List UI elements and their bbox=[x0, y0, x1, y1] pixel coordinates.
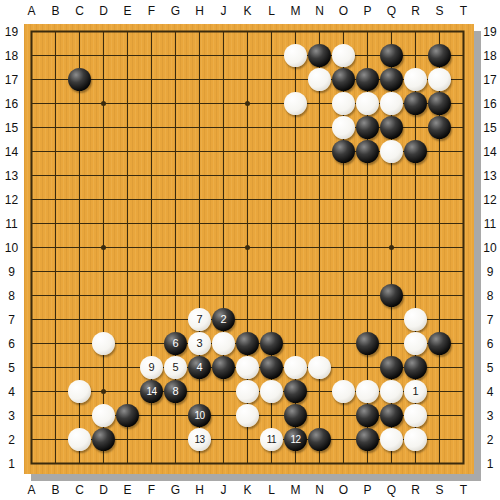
row-label-right-7: 7 bbox=[480, 312, 500, 328]
black-stone-M4[interactable] bbox=[284, 380, 307, 403]
col-label-top-T: T bbox=[454, 3, 474, 19]
white-stone-C2[interactable] bbox=[68, 428, 91, 451]
white-stone-N5[interactable] bbox=[308, 356, 331, 379]
white-stone-H2[interactable]: 13 bbox=[188, 428, 211, 451]
white-stone-D3[interactable] bbox=[92, 404, 115, 427]
row-label-right-6: 6 bbox=[480, 336, 500, 352]
white-stone-H7[interactable]: 7 bbox=[188, 308, 211, 331]
white-stone-N17[interactable] bbox=[308, 68, 331, 91]
col-label-bottom-D: D bbox=[94, 482, 114, 498]
row-label-right-12: 12 bbox=[480, 192, 500, 208]
col-label-bottom-O: O bbox=[334, 482, 354, 498]
white-stone-R4[interactable]: 1 bbox=[404, 380, 427, 403]
white-stone-O15[interactable] bbox=[332, 116, 355, 139]
white-stone-R3[interactable] bbox=[404, 404, 427, 427]
move-number-7: 7 bbox=[196, 314, 202, 325]
col-label-bottom-G: G bbox=[166, 482, 186, 498]
move-number-3: 3 bbox=[196, 338, 202, 349]
black-stone-Q5[interactable] bbox=[380, 356, 403, 379]
col-label-bottom-N: N bbox=[310, 482, 330, 498]
black-stone-L6[interactable] bbox=[260, 332, 283, 355]
row-label-right-11: 11 bbox=[480, 216, 500, 232]
black-stone-F4[interactable]: 14 bbox=[140, 380, 163, 403]
black-stone-Q17[interactable] bbox=[380, 68, 403, 91]
black-stone-P2[interactable] bbox=[356, 428, 379, 451]
black-stone-S15[interactable] bbox=[428, 116, 451, 139]
black-stone-H3[interactable]: 10 bbox=[188, 404, 211, 427]
white-stone-F5[interactable]: 9 bbox=[140, 356, 163, 379]
row-label-right-5: 5 bbox=[480, 360, 500, 376]
move-number-14: 14 bbox=[146, 387, 156, 397]
black-stone-E3[interactable] bbox=[116, 404, 139, 427]
white-stone-O4[interactable] bbox=[332, 380, 355, 403]
white-stone-O16[interactable] bbox=[332, 92, 355, 115]
white-stone-K4[interactable] bbox=[236, 380, 259, 403]
col-label-top-D: D bbox=[94, 3, 114, 19]
row-label-right-3: 3 bbox=[480, 408, 500, 424]
col-label-top-K: K bbox=[238, 3, 258, 19]
black-stone-M2[interactable]: 12 bbox=[284, 428, 307, 451]
row-label-right-19: 19 bbox=[480, 24, 500, 40]
col-label-bottom-M: M bbox=[286, 482, 306, 498]
row-label-right-18: 18 bbox=[480, 48, 500, 64]
white-stone-Q4[interactable] bbox=[380, 380, 403, 403]
stones-layer: 7263954148110131112 bbox=[20, 20, 476, 476]
col-label-bottom-K: K bbox=[238, 482, 258, 498]
row-label-right-2: 2 bbox=[480, 432, 500, 448]
col-label-top-J: J bbox=[214, 3, 234, 19]
white-stone-P4[interactable] bbox=[356, 380, 379, 403]
col-label-bottom-J: J bbox=[214, 482, 234, 498]
white-stone-L4[interactable] bbox=[260, 380, 283, 403]
col-label-top-H: H bbox=[190, 3, 210, 19]
black-stone-O17[interactable] bbox=[332, 68, 355, 91]
white-stone-K3[interactable] bbox=[236, 404, 259, 427]
black-stone-N2[interactable] bbox=[308, 428, 331, 451]
white-stone-K5[interactable] bbox=[236, 356, 259, 379]
white-stone-G5[interactable]: 5 bbox=[164, 356, 187, 379]
row-label-right-14: 14 bbox=[480, 144, 500, 160]
col-label-top-E: E bbox=[118, 3, 138, 19]
white-stone-D6[interactable] bbox=[92, 332, 115, 355]
col-label-bottom-P: P bbox=[358, 482, 378, 498]
white-stone-L2[interactable]: 11 bbox=[260, 428, 283, 451]
row-label-right-13: 13 bbox=[480, 168, 500, 184]
col-label-top-B: B bbox=[46, 3, 66, 19]
col-label-top-P: P bbox=[358, 3, 378, 19]
black-stone-J5[interactable] bbox=[212, 356, 235, 379]
white-stone-Q2[interactable] bbox=[380, 428, 403, 451]
white-stone-R17[interactable] bbox=[404, 68, 427, 91]
col-label-bottom-F: F bbox=[142, 482, 162, 498]
black-stone-K6[interactable] bbox=[236, 332, 259, 355]
col-label-bottom-S: S bbox=[430, 482, 450, 498]
black-stone-C17[interactable] bbox=[68, 68, 91, 91]
col-label-top-S: S bbox=[430, 3, 450, 19]
white-stone-M18[interactable] bbox=[284, 44, 307, 67]
black-stone-R16[interactable] bbox=[404, 92, 427, 115]
black-stone-R14[interactable] bbox=[404, 140, 427, 163]
black-stone-D2[interactable] bbox=[92, 428, 115, 451]
move-number-10: 10 bbox=[194, 411, 204, 421]
black-stone-Q8[interactable] bbox=[380, 284, 403, 307]
col-label-bottom-R: R bbox=[406, 482, 426, 498]
black-stone-G4[interactable]: 8 bbox=[164, 380, 187, 403]
black-stone-S16[interactable] bbox=[428, 92, 451, 115]
black-stone-M3[interactable] bbox=[284, 404, 307, 427]
black-stone-P17[interactable] bbox=[356, 68, 379, 91]
col-label-top-O: O bbox=[334, 3, 354, 19]
move-number-5: 5 bbox=[172, 362, 178, 373]
col-label-top-N: N bbox=[310, 3, 330, 19]
row-label-right-1: 1 bbox=[480, 456, 500, 472]
black-stone-G6[interactable]: 6 bbox=[164, 332, 187, 355]
col-label-bottom-B: B bbox=[46, 482, 66, 498]
white-stone-R6[interactable] bbox=[404, 332, 427, 355]
row-label-right-16: 16 bbox=[480, 96, 500, 112]
move-number-13: 13 bbox=[194, 435, 204, 445]
black-stone-S18[interactable] bbox=[428, 44, 451, 67]
col-label-bottom-E: E bbox=[118, 482, 138, 498]
col-label-top-M: M bbox=[286, 3, 306, 19]
col-label-top-L: L bbox=[262, 3, 282, 19]
move-number-4: 4 bbox=[196, 362, 202, 373]
col-label-top-Q: Q bbox=[382, 3, 402, 19]
white-stone-C4[interactable] bbox=[68, 380, 91, 403]
row-label-right-8: 8 bbox=[480, 288, 500, 304]
move-number-9: 9 bbox=[148, 362, 154, 373]
row-label-right-15: 15 bbox=[480, 120, 500, 136]
row-label-right-17: 17 bbox=[480, 72, 500, 88]
black-stone-O14[interactable] bbox=[332, 140, 355, 163]
go-board[interactable]: 7263954148110131112 bbox=[24, 24, 474, 474]
row-label-right-4: 4 bbox=[480, 384, 500, 400]
move-number-8: 8 bbox=[172, 386, 178, 397]
col-label-bottom-T: T bbox=[454, 482, 474, 498]
white-stone-H6[interactable]: 3 bbox=[188, 332, 211, 355]
move-number-11: 11 bbox=[267, 435, 276, 445]
go-diagram-page: { "game": "go", "board": { "size": 19, "… bbox=[0, 0, 500, 500]
white-stone-Q14[interactable] bbox=[380, 140, 403, 163]
col-label-top-F: F bbox=[142, 3, 162, 19]
move-number-1: 1 bbox=[412, 386, 418, 397]
white-stone-J6[interactable] bbox=[212, 332, 235, 355]
col-label-bottom-L: L bbox=[262, 482, 282, 498]
black-stone-P6[interactable] bbox=[356, 332, 379, 355]
white-stone-R2[interactable] bbox=[404, 428, 427, 451]
col-label-bottom-C: C bbox=[70, 482, 90, 498]
black-stone-Q15[interactable] bbox=[380, 116, 403, 139]
black-stone-P15[interactable] bbox=[356, 116, 379, 139]
black-stone-H5[interactable]: 4 bbox=[188, 356, 211, 379]
black-stone-Q18[interactable] bbox=[380, 44, 403, 67]
move-number-2: 2 bbox=[220, 314, 226, 325]
white-stone-O18[interactable] bbox=[332, 44, 355, 67]
black-stone-J7[interactable]: 2 bbox=[212, 308, 235, 331]
black-stone-R5[interactable] bbox=[404, 356, 427, 379]
black-stone-L5[interactable] bbox=[260, 356, 283, 379]
col-label-top-C: C bbox=[70, 3, 90, 19]
white-stone-R7[interactable] bbox=[404, 308, 427, 331]
move-number-12: 12 bbox=[290, 435, 300, 445]
black-stone-Q3[interactable] bbox=[380, 404, 403, 427]
black-stone-N18[interactable] bbox=[308, 44, 331, 67]
black-stone-S6[interactable] bbox=[428, 332, 451, 355]
col-label-bottom-A: A bbox=[22, 482, 42, 498]
white-stone-Q16[interactable] bbox=[380, 92, 403, 115]
move-number-6: 6 bbox=[172, 338, 178, 349]
white-stone-M5[interactable] bbox=[284, 356, 307, 379]
white-stone-S17[interactable] bbox=[428, 68, 451, 91]
black-stone-P3[interactable] bbox=[356, 404, 379, 427]
white-stone-P16[interactable] bbox=[356, 92, 379, 115]
row-label-right-10: 10 bbox=[480, 240, 500, 256]
white-stone-M16[interactable] bbox=[284, 92, 307, 115]
black-stone-P14[interactable] bbox=[356, 140, 379, 163]
col-label-bottom-Q: Q bbox=[382, 482, 402, 498]
col-label-top-A: A bbox=[22, 3, 42, 19]
col-label-top-R: R bbox=[406, 3, 426, 19]
col-label-bottom-H: H bbox=[190, 482, 210, 498]
row-label-right-9: 9 bbox=[480, 264, 500, 280]
col-label-top-G: G bbox=[166, 3, 186, 19]
